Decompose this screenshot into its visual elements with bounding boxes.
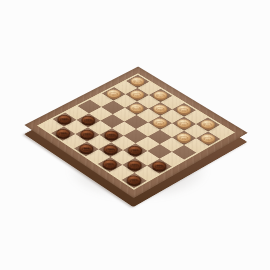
dark-man: ⛂ (127, 176, 142, 186)
dark-man: ⛂ (152, 161, 167, 170)
light-man: ⛀ (201, 134, 216, 143)
photo-stage: ⛀⛀⛀⛀⛀⛀⛀⛀⛀⛀⛀⛀⛂⛂⛂⛂⛂⛂⛂⛂⛂⛂⛂⛂ (0, 0, 270, 270)
